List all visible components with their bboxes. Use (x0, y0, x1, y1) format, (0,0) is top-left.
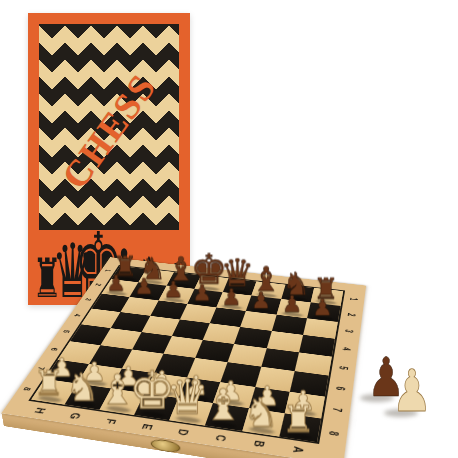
dark-pawn: ♟ (107, 272, 127, 294)
light-rook: ♜ (33, 366, 64, 400)
coordinate-label: H (32, 407, 48, 414)
coordinate-label: 2 (93, 283, 103, 286)
coordinate-label: D (176, 428, 192, 436)
light-queen: ♛ (166, 373, 209, 421)
brass-clasp-icon (151, 438, 181, 454)
coordinate-label: 8 (21, 386, 33, 391)
coordinate-label: G (67, 412, 83, 420)
square: ♟ (246, 296, 281, 315)
coordinate-label: 2 (346, 313, 357, 317)
coordinate-label: E (139, 423, 155, 430)
coordinate-label: C (213, 434, 229, 442)
spare-light-pawn: ♟ (392, 368, 433, 414)
board-scene: ♜♞♝♚♛♝♞♜♟♟♟♟♟♟♟♟♟♟♟♟♟♟♟♟♜♞♝♚♛♝♞♜ HGFEDCB… (55, 192, 355, 458)
dark-pawn: ♟ (163, 279, 183, 301)
coordinate-label: 4 (341, 347, 353, 352)
square: ♜ (279, 413, 321, 442)
rank-label-8: 8 (319, 420, 348, 448)
square (266, 331, 303, 353)
coordinate-label: B (251, 440, 267, 448)
chess-board: ♜♞♝♚♛♝♞♜♟♟♟♟♟♟♟♟♟♟♟♟♟♟♟♟♜♞♝♚♛♝♞♜ HGFEDCB… (1, 257, 366, 458)
square (271, 314, 306, 334)
coordinate-label: 6 (48, 347, 59, 351)
coordinate-label: 3 (344, 329, 355, 333)
coordinate-label: 1 (349, 297, 360, 301)
coordinate-label: 8 (327, 431, 341, 437)
dark-pawn: ♟ (192, 282, 212, 304)
coordinate-label: 4 (72, 313, 83, 317)
dark-pawn: ♟ (251, 289, 271, 312)
light-rook: ♜ (282, 401, 315, 438)
rank-label-2: 2 (340, 306, 363, 325)
coordinate-label: 5 (338, 366, 350, 371)
square: ♟ (276, 299, 310, 318)
square: ♟ (307, 303, 341, 322)
coordinate-label: 5 (61, 330, 72, 334)
dark-pawn: ♟ (312, 296, 333, 319)
square (299, 335, 335, 357)
product-photo: CHESS ♜♛♚♝♞♟ ♜♞♝♚♛♝♞♜♟♟♟♟♟♟♟♟♟♟♟♟♟♟♟♟♜♞♝… (0, 0, 458, 458)
dark-pawn: ♟ (282, 292, 302, 315)
dark-pawn: ♟ (222, 286, 242, 308)
coordinate-label: 3 (83, 298, 93, 301)
square (195, 340, 234, 362)
square: ♝ (205, 403, 248, 431)
rank-label-3: 3 (337, 322, 361, 342)
square (203, 323, 241, 344)
coordinate-label: A (290, 446, 306, 454)
square (141, 316, 180, 336)
square: ♞ (242, 408, 285, 437)
light-bishop: ♝ (205, 384, 243, 427)
dark-pawn: ♟ (135, 276, 155, 298)
coordinate-label: 7 (331, 407, 344, 413)
box-title: CHESS (53, 65, 165, 197)
coordinate-label: 6 (335, 386, 348, 391)
square: ♟ (216, 292, 251, 311)
coordinate-label: F (103, 418, 119, 425)
light-knight: ♞ (243, 393, 279, 433)
light-knight: ♞ (66, 368, 100, 406)
